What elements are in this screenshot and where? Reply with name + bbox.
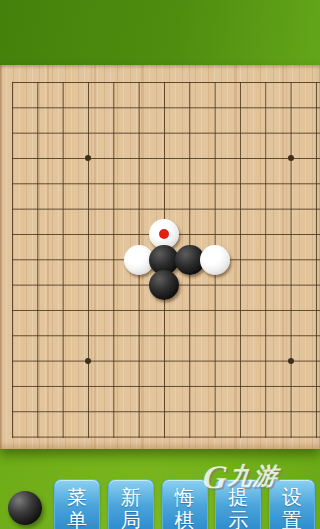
undo-button[interactable]: 悔棋 bbox=[162, 479, 208, 529]
star-point bbox=[288, 155, 294, 161]
star-point bbox=[85, 358, 91, 364]
last-move-marker bbox=[159, 229, 169, 239]
hint-button[interactable]: 提示 bbox=[215, 479, 261, 529]
turn-indicator-black-stone bbox=[8, 491, 42, 525]
top-background-band bbox=[0, 0, 320, 65]
new-game-button-label: 新局 bbox=[120, 486, 142, 529]
gomoku-board bbox=[0, 65, 320, 449]
menu-button-label: 菜单 bbox=[66, 486, 88, 529]
bottom-toolbar: 菜单 新局 悔棋 提示 设置 bbox=[54, 479, 315, 529]
white-stone bbox=[200, 245, 230, 275]
hint-button-label: 提示 bbox=[227, 486, 249, 529]
app-screen: 菜单 新局 悔棋 提示 设置 G九游 bbox=[0, 0, 320, 529]
star-point bbox=[85, 155, 91, 161]
star-point bbox=[288, 358, 294, 364]
board-grid[interactable] bbox=[12, 82, 320, 438]
black-stone bbox=[149, 270, 179, 300]
settings-button-label: 设置 bbox=[281, 486, 303, 529]
undo-button-label: 悔棋 bbox=[174, 486, 196, 529]
new-game-button[interactable]: 新局 bbox=[108, 479, 154, 529]
settings-button[interactable]: 设置 bbox=[269, 479, 315, 529]
menu-button[interactable]: 菜单 bbox=[54, 479, 100, 529]
